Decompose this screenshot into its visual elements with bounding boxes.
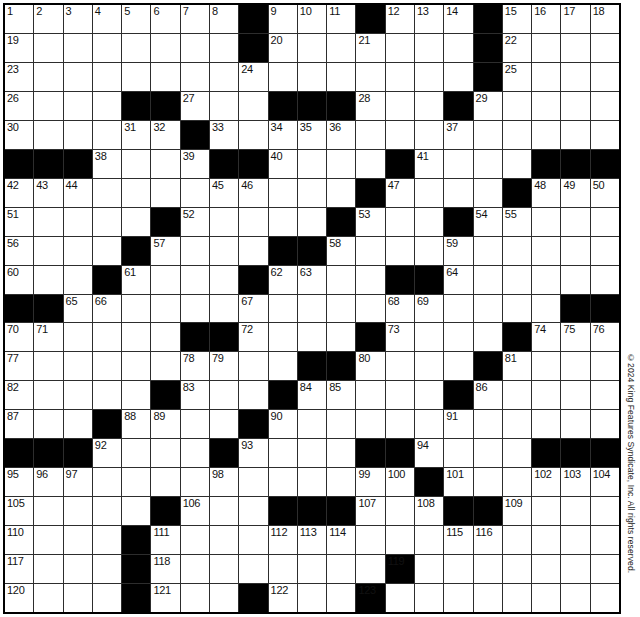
cell-r10c7[interactable] [181,266,209,294]
cell-r17c3[interactable]: 97 [64,468,92,496]
cell-r5c18[interactable] [503,121,531,149]
cell-r7c14[interactable]: 47 [386,179,414,207]
cell-r3c20[interactable] [561,63,589,91]
cell-r13c6[interactable] [151,352,179,380]
cell-r20c18[interactable] [503,555,531,583]
cell-r17c13[interactable]: 99 [356,468,384,496]
cell-r5c19[interactable] [532,121,560,149]
cell-r8c1[interactable]: 51 [5,208,33,236]
cell-r5c14[interactable] [386,121,414,149]
cell-r12c17[interactable] [474,323,502,351]
cell-r14c21[interactable] [591,381,619,409]
cell-r14c8[interactable] [210,381,238,409]
cell-r1c10[interactable]: 9 [269,5,297,33]
cell-r18c14[interactable] [386,497,414,525]
cell-r4c15[interactable] [415,92,443,120]
cell-r1c5[interactable]: 5 [122,5,150,33]
cell-r7c3[interactable]: 44 [64,179,92,207]
cell-r3c15[interactable] [415,63,443,91]
cell-r14c11[interactable]: 84 [298,381,326,409]
cell-r21c2[interactable] [34,584,62,612]
cell-r13c18[interactable]: 81 [503,352,531,380]
cell-r18c3[interactable] [64,497,92,525]
cell-r13c2[interactable] [34,352,62,380]
cell-r13c20[interactable] [561,352,589,380]
cell-r15c7[interactable] [181,410,209,438]
cell-r2c4[interactable] [93,34,121,62]
cell-r12c12[interactable] [327,323,355,351]
cell-r2c11[interactable] [298,34,326,62]
cell-r5c20[interactable] [561,121,589,149]
cell-r13c19[interactable] [532,352,560,380]
cell-r5c2[interactable] [34,121,62,149]
cell-r15c11[interactable] [298,410,326,438]
cell-r18c4[interactable] [93,497,121,525]
cell-r17c12[interactable] [327,468,355,496]
cell-r10c8[interactable] [210,266,238,294]
cell-r7c8[interactable]: 45 [210,179,238,207]
cell-r16c16[interactable] [444,439,472,467]
cell-r18c9[interactable] [239,497,267,525]
cell-r6c5[interactable] [122,150,150,178]
cell-r8c7[interactable]: 52 [181,208,209,236]
cell-r12c2[interactable]: 71 [34,323,62,351]
cell-r1c12[interactable]: 11 [327,5,355,33]
cell-r12c16[interactable] [444,323,472,351]
cell-r21c11[interactable] [298,584,326,612]
cell-r18c15[interactable]: 108 [415,497,443,525]
cell-r14c5[interactable] [122,381,150,409]
cell-r17c7[interactable] [181,468,209,496]
cell-r1c2[interactable]: 2 [34,5,62,33]
cell-r2c5[interactable] [122,34,150,62]
cell-r12c10[interactable] [269,323,297,351]
cell-r15c8[interactable] [210,410,238,438]
cell-r7c9[interactable]: 46 [239,179,267,207]
cell-r7c16[interactable] [444,179,472,207]
cell-r18c20[interactable] [561,497,589,525]
cell-r6c15[interactable]: 41 [415,150,443,178]
cell-r17c21[interactable]: 104 [591,468,619,496]
cell-r12c3[interactable] [64,323,92,351]
cell-r16c5[interactable] [122,439,150,467]
cell-r17c19[interactable]: 102 [532,468,560,496]
cell-r9c1[interactable]: 56 [5,237,33,265]
cell-r11c8[interactable] [210,295,238,323]
cell-r3c12[interactable] [327,63,355,91]
cell-r17c16[interactable]: 101 [444,468,472,496]
cell-r14c17[interactable]: 86 [474,381,502,409]
cell-r8c14[interactable] [386,208,414,236]
cell-r9c3[interactable] [64,237,92,265]
cell-r4c3[interactable] [64,92,92,120]
cell-r21c15[interactable] [415,584,443,612]
cell-r8c5[interactable] [122,208,150,236]
cell-r13c1[interactable]: 77 [5,352,33,380]
cell-r20c21[interactable] [591,555,619,583]
cell-r3c6[interactable] [151,63,179,91]
cell-r3c21[interactable] [591,63,619,91]
cell-r14c20[interactable] [561,381,589,409]
cell-r5c17[interactable] [474,121,502,149]
cell-r6c10[interactable]: 40 [269,150,297,178]
cell-r3c3[interactable] [64,63,92,91]
cell-r20c7[interactable] [181,555,209,583]
cell-r12c15[interactable] [415,323,443,351]
cell-r13c3[interactable] [64,352,92,380]
cell-r21c8[interactable] [210,584,238,612]
cell-r7c4[interactable] [93,179,121,207]
cell-r12c19[interactable]: 74 [532,323,560,351]
cell-r10c20[interactable] [561,266,589,294]
cell-r19c4[interactable] [93,526,121,554]
cell-r6c7[interactable]: 39 [181,150,209,178]
cell-r20c6[interactable]: 118 [151,555,179,583]
cell-r17c14[interactable]: 100 [386,468,414,496]
cell-r9c13[interactable] [356,237,384,265]
cell-r17c17[interactable] [474,468,502,496]
cell-r20c13[interactable] [356,555,384,583]
cell-r21c21[interactable] [591,584,619,612]
cell-r19c13[interactable] [356,526,384,554]
cell-r5c10[interactable]: 34 [269,121,297,149]
cell-r20c1[interactable]: 117 [5,555,33,583]
cell-r17c8[interactable]: 98 [210,468,238,496]
cell-r8c15[interactable] [415,208,443,236]
cell-r15c13[interactable] [356,410,384,438]
cell-r12c21[interactable]: 76 [591,323,619,351]
cell-r2c7[interactable] [181,34,209,62]
cell-r4c7[interactable]: 27 [181,92,209,120]
cell-r11c15[interactable]: 69 [415,295,443,323]
cell-r19c16[interactable]: 115 [444,526,472,554]
cell-r4c19[interactable] [532,92,560,120]
cell-r18c1[interactable]: 105 [5,497,33,525]
cell-r20c15[interactable] [415,555,443,583]
cell-r9c6[interactable]: 57 [151,237,179,265]
cell-r10c17[interactable] [474,266,502,294]
cell-r5c6[interactable]: 32 [151,121,179,149]
cell-r17c1[interactable]: 95 [5,468,33,496]
cell-r15c21[interactable] [591,410,619,438]
cell-r3c4[interactable] [93,63,121,91]
cell-r16c6[interactable] [151,439,179,467]
cell-r2c2[interactable] [34,34,62,62]
cell-r17c20[interactable]: 103 [561,468,589,496]
cell-r14c14[interactable] [386,381,414,409]
cell-r3c8[interactable] [210,63,238,91]
cell-r12c14[interactable]: 73 [386,323,414,351]
cell-r21c12[interactable] [327,584,355,612]
cell-r4c20[interactable] [561,92,589,120]
cell-r8c19[interactable] [532,208,560,236]
cell-r15c16[interactable]: 91 [444,410,472,438]
cell-r21c17[interactable] [474,584,502,612]
cell-r11c10[interactable] [269,295,297,323]
cell-r7c20[interactable]: 49 [561,179,589,207]
cell-r14c18[interactable] [503,381,531,409]
cell-r20c8[interactable] [210,555,238,583]
cell-r8c2[interactable] [34,208,62,236]
cell-r16c18[interactable] [503,439,531,467]
cell-r12c9[interactable]: 72 [239,323,267,351]
cell-r15c18[interactable] [503,410,531,438]
cell-r1c8[interactable]: 8 [210,5,238,33]
cell-r13c7[interactable]: 78 [181,352,209,380]
cell-r7c21[interactable]: 50 [591,179,619,207]
cell-r9c20[interactable] [561,237,589,265]
cell-r15c6[interactable]: 89 [151,410,179,438]
cell-r2c18[interactable]: 22 [503,34,531,62]
cell-r4c13[interactable]: 28 [356,92,384,120]
cell-r9c16[interactable]: 59 [444,237,472,265]
cell-r11c19[interactable] [532,295,560,323]
cell-r7c1[interactable]: 42 [5,179,33,207]
cell-r20c20[interactable] [561,555,589,583]
cell-r13c21[interactable] [591,352,619,380]
cell-r16c7[interactable] [181,439,209,467]
cell-r20c9[interactable] [239,555,267,583]
cell-r17c4[interactable] [93,468,121,496]
cell-r19c20[interactable] [561,526,589,554]
cell-r2c21[interactable] [591,34,619,62]
cell-r17c2[interactable]: 96 [34,468,62,496]
cell-r9c4[interactable] [93,237,121,265]
cell-r2c16[interactable] [444,34,472,62]
cell-r19c14[interactable] [386,526,414,554]
cell-r10c3[interactable] [64,266,92,294]
cell-r14c13[interactable] [356,381,384,409]
cell-r1c16[interactable]: 14 [444,5,472,33]
cell-r5c11[interactable]: 35 [298,121,326,149]
cell-r18c5[interactable] [122,497,150,525]
cell-r2c19[interactable] [532,34,560,62]
cell-r16c11[interactable] [298,439,326,467]
cell-r12c1[interactable]: 70 [5,323,33,351]
cell-r2c10[interactable]: 20 [269,34,297,62]
cell-r15c5[interactable]: 88 [122,410,150,438]
cell-r15c12[interactable] [327,410,355,438]
cell-r20c19[interactable] [532,555,560,583]
cell-r10c11[interactable]: 63 [298,266,326,294]
cell-r12c4[interactable] [93,323,121,351]
cell-r21c7[interactable] [181,584,209,612]
cell-r15c14[interactable] [386,410,414,438]
cell-r6c18[interactable] [503,150,531,178]
cell-r16c17[interactable] [474,439,502,467]
cell-r2c6[interactable] [151,34,179,62]
cell-r4c1[interactable]: 26 [5,92,33,120]
cell-r7c15[interactable] [415,179,443,207]
cell-r21c18[interactable] [503,584,531,612]
cell-r3c16[interactable] [444,63,472,91]
cell-r11c3[interactable]: 65 [64,295,92,323]
cell-r19c6[interactable]: 111 [151,526,179,554]
cell-r6c4[interactable]: 38 [93,150,121,178]
cell-r15c3[interactable] [64,410,92,438]
cell-r1c6[interactable]: 6 [151,5,179,33]
cell-r1c18[interactable]: 15 [503,5,531,33]
cell-r16c4[interactable]: 92 [93,439,121,467]
cell-r7c7[interactable] [181,179,209,207]
cell-r21c6[interactable]: 121 [151,584,179,612]
cell-r13c15[interactable] [415,352,443,380]
cell-r3c19[interactable] [532,63,560,91]
cell-r2c14[interactable] [386,34,414,62]
cell-r9c14[interactable] [386,237,414,265]
cell-r21c16[interactable] [444,584,472,612]
cell-r5c1[interactable]: 30 [5,121,33,149]
cell-r15c15[interactable] [415,410,443,438]
cell-r19c3[interactable] [64,526,92,554]
cell-r5c16[interactable]: 37 [444,121,472,149]
cell-r2c3[interactable] [64,34,92,62]
cell-r3c10[interactable] [269,63,297,91]
cell-r10c5[interactable]: 61 [122,266,150,294]
cell-r19c7[interactable] [181,526,209,554]
cell-r9c2[interactable] [34,237,62,265]
cell-r1c11[interactable]: 10 [298,5,326,33]
cell-r15c20[interactable] [561,410,589,438]
cell-r3c14[interactable] [386,63,414,91]
cell-r11c6[interactable] [151,295,179,323]
cell-r2c15[interactable] [415,34,443,62]
cell-r6c16[interactable] [444,150,472,178]
cell-r11c9[interactable]: 67 [239,295,267,323]
cell-r7c5[interactable] [122,179,150,207]
cell-r21c20[interactable] [561,584,589,612]
cell-r12c20[interactable]: 75 [561,323,589,351]
cell-r18c18[interactable]: 109 [503,497,531,525]
cell-r5c5[interactable]: 31 [122,121,150,149]
cell-r12c6[interactable] [151,323,179,351]
cell-r19c1[interactable]: 110 [5,526,33,554]
cell-r14c3[interactable] [64,381,92,409]
cell-r8c9[interactable] [239,208,267,236]
cell-r7c19[interactable]: 48 [532,179,560,207]
cell-r16c10[interactable] [269,439,297,467]
cell-r19c9[interactable] [239,526,267,554]
cell-r9c15[interactable] [415,237,443,265]
cell-r9c18[interactable] [503,237,531,265]
cell-r3c5[interactable] [122,63,150,91]
cell-r15c10[interactable]: 90 [269,410,297,438]
cell-r9c9[interactable] [239,237,267,265]
cell-r7c6[interactable] [151,179,179,207]
cell-r11c13[interactable] [356,295,384,323]
cell-r13c14[interactable] [386,352,414,380]
cell-r19c18[interactable] [503,526,531,554]
cell-r8c17[interactable]: 54 [474,208,502,236]
cell-r14c4[interactable] [93,381,121,409]
cell-r21c14[interactable] [386,584,414,612]
cell-r14c1[interactable]: 82 [5,381,33,409]
cell-r14c7[interactable]: 83 [181,381,209,409]
cell-r3c11[interactable] [298,63,326,91]
cell-r10c19[interactable] [532,266,560,294]
cell-r13c10[interactable] [269,352,297,380]
cell-r1c15[interactable]: 13 [415,5,443,33]
cell-r6c6[interactable] [151,150,179,178]
cell-r10c10[interactable]: 62 [269,266,297,294]
cell-r14c15[interactable] [415,381,443,409]
cell-r5c9[interactable] [239,121,267,149]
cell-r4c17[interactable]: 29 [474,92,502,120]
cell-r5c8[interactable]: 33 [210,121,238,149]
cell-r18c21[interactable] [591,497,619,525]
cell-r8c11[interactable] [298,208,326,236]
cell-r10c6[interactable] [151,266,179,294]
cell-r11c14[interactable]: 68 [386,295,414,323]
cell-r15c17[interactable] [474,410,502,438]
cell-r10c18[interactable] [503,266,531,294]
cell-r14c9[interactable] [239,381,267,409]
cell-r9c19[interactable] [532,237,560,265]
cell-r1c1[interactable]: 1 [5,5,33,33]
cell-r21c3[interactable] [64,584,92,612]
cell-r21c4[interactable] [93,584,121,612]
cell-r8c8[interactable] [210,208,238,236]
cell-r9c7[interactable] [181,237,209,265]
cell-r3c18[interactable]: 25 [503,63,531,91]
cell-r20c11[interactable] [298,555,326,583]
cell-r3c13[interactable] [356,63,384,91]
cell-r12c11[interactable] [298,323,326,351]
cell-r19c10[interactable]: 112 [269,526,297,554]
cell-r5c15[interactable] [415,121,443,149]
cell-r6c12[interactable] [327,150,355,178]
cell-r17c11[interactable] [298,468,326,496]
cell-r16c12[interactable] [327,439,355,467]
cell-r1c3[interactable]: 3 [64,5,92,33]
cell-r2c12[interactable] [327,34,355,62]
cell-r11c12[interactable] [327,295,355,323]
cell-r10c12[interactable] [327,266,355,294]
cell-r11c7[interactable] [181,295,209,323]
cell-r4c9[interactable] [239,92,267,120]
cell-r11c5[interactable] [122,295,150,323]
cell-r2c20[interactable] [561,34,589,62]
cell-r10c1[interactable]: 60 [5,266,33,294]
cell-r7c10[interactable] [269,179,297,207]
cell-r18c7[interactable]: 106 [181,497,209,525]
cell-r14c2[interactable] [34,381,62,409]
cell-r11c18[interactable] [503,295,531,323]
cell-r21c10[interactable]: 122 [269,584,297,612]
cell-r20c17[interactable] [474,555,502,583]
cell-r11c17[interactable] [474,295,502,323]
cell-r5c12[interactable]: 36 [327,121,355,149]
cell-r8c18[interactable]: 55 [503,208,531,236]
cell-r4c18[interactable] [503,92,531,120]
cell-r1c20[interactable]: 17 [561,5,589,33]
cell-r20c16[interactable] [444,555,472,583]
cell-r14c12[interactable]: 85 [327,381,355,409]
cell-r1c4[interactable]: 4 [93,5,121,33]
cell-r11c16[interactable] [444,295,472,323]
cell-r1c14[interactable]: 12 [386,5,414,33]
cell-r16c15[interactable]: 94 [415,439,443,467]
cell-r15c19[interactable] [532,410,560,438]
cell-r7c2[interactable]: 43 [34,179,62,207]
cell-r13c16[interactable] [444,352,472,380]
cell-r4c21[interactable] [591,92,619,120]
cell-r8c13[interactable]: 53 [356,208,384,236]
cell-r19c15[interactable] [415,526,443,554]
cell-r12c5[interactable] [122,323,150,351]
cell-r9c17[interactable] [474,237,502,265]
cell-r4c4[interactable] [93,92,121,120]
